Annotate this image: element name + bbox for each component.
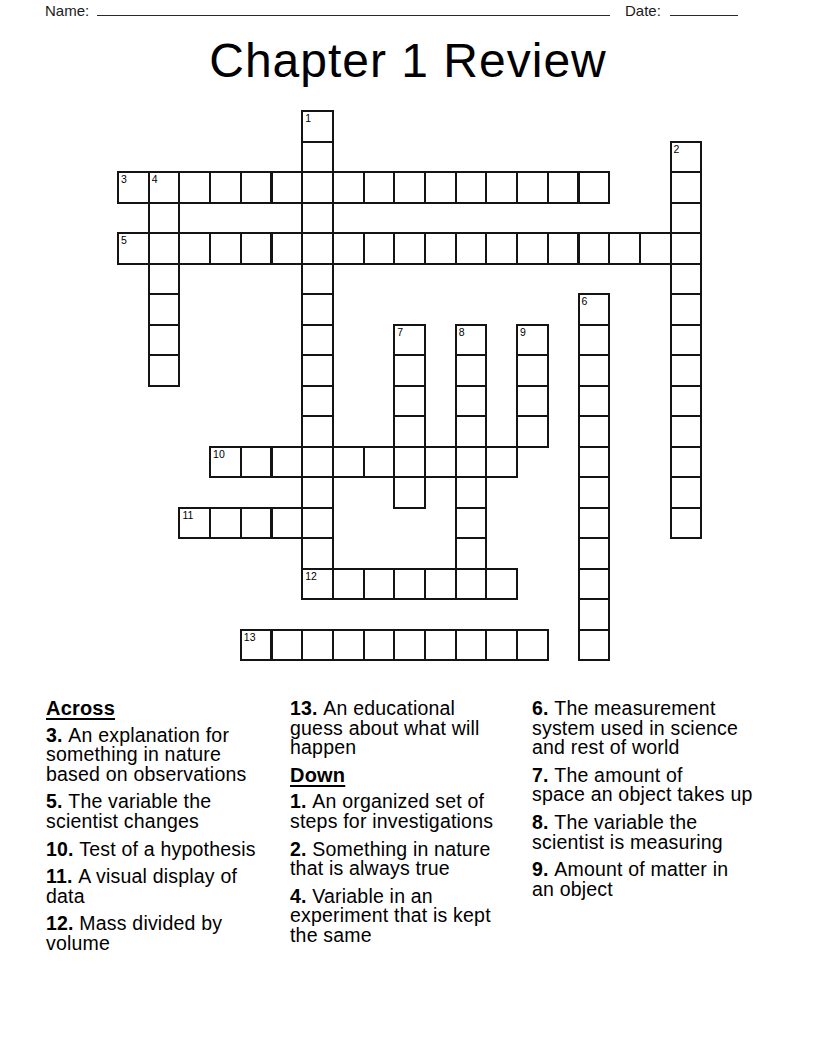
grid-cell[interactable]: 5	[117, 232, 150, 265]
grid-cell[interactable]	[670, 415, 703, 448]
grid-cell[interactable]	[240, 232, 273, 265]
grid-cell[interactable]	[178, 232, 211, 265]
grid-cell[interactable]	[578, 507, 611, 540]
grid-cell[interactable]	[578, 476, 611, 509]
grid-cell[interactable]	[332, 446, 365, 479]
grid-cell[interactable]	[240, 507, 273, 540]
grid-cell[interactable]	[393, 446, 426, 479]
grid-cell[interactable]	[240, 446, 273, 479]
grid-cell[interactable]	[578, 232, 611, 265]
grid-cell[interactable]	[209, 171, 242, 204]
clue-text: An explanation for something in nature b…	[46, 724, 246, 785]
grid-cell[interactable]	[393, 354, 426, 387]
grid-cell[interactable]	[578, 598, 611, 631]
grid-cell[interactable]	[578, 629, 611, 662]
grid-cell[interactable]	[301, 263, 334, 296]
grid-cell[interactable]	[578, 171, 611, 204]
grid-cell[interactable]	[148, 293, 181, 326]
grid-cell[interactable]	[670, 324, 703, 357]
clue-7: 7. The amount of space an object takes u…	[532, 766, 782, 805]
grid-cell[interactable]	[516, 629, 549, 662]
cell-number: 8	[459, 326, 465, 338]
grid-cell[interactable]	[670, 171, 703, 204]
cell-number: 2	[674, 143, 680, 155]
clue-text: Variable in an experiment that is kept t…	[290, 885, 491, 946]
cell-number: 13	[244, 631, 256, 643]
grid-cell[interactable]: 11	[178, 507, 211, 540]
grid-cell[interactable]	[424, 446, 457, 479]
clue-13: 13. An educational guess about what will…	[290, 699, 540, 758]
grid-cell[interactable]	[670, 446, 703, 479]
grid-cell[interactable]: 12	[301, 568, 334, 601]
grid-cell[interactable]: 1	[301, 110, 334, 143]
grid-cell[interactable]	[148, 232, 181, 265]
grid-cell[interactable]	[670, 354, 703, 387]
grid-cell[interactable]	[424, 232, 457, 265]
grid-cell[interactable]	[455, 476, 488, 509]
grid-cell[interactable]	[516, 171, 549, 204]
grid-cell[interactable]	[485, 171, 518, 204]
clue-text: The measurement system used in science a…	[532, 697, 738, 758]
clue-4: 4. Variable in an experiment that is kep…	[290, 887, 540, 946]
grid-cell[interactable]	[393, 568, 426, 601]
grid-cell[interactable]	[455, 568, 488, 601]
grid-cell[interactable]	[271, 232, 304, 265]
cell-number: 1	[305, 112, 311, 124]
grid-cell[interactable]	[516, 385, 549, 418]
clue-column-3: 6. The measurement system used in scienc…	[532, 699, 782, 907]
grid-cell[interactable]	[301, 415, 334, 448]
grid-cell[interactable]: 3	[117, 171, 150, 204]
clue-12: 12. Mass divided by volume	[46, 914, 296, 953]
clue-text: The variable the scientist is measuring	[532, 811, 723, 853]
grid-cell[interactable]	[301, 232, 334, 265]
grid-cell[interactable]	[332, 171, 365, 204]
grid-cell[interactable]	[148, 324, 181, 357]
grid-cell[interactable]	[455, 354, 488, 387]
grid-cell[interactable]	[301, 293, 334, 326]
grid-cell[interactable]	[301, 446, 334, 479]
grid-cell[interactable]	[455, 385, 488, 418]
grid-cell[interactable]: 10	[209, 446, 242, 479]
clue-3: 3. An explanation for something in natur…	[46, 726, 296, 785]
grid-cell[interactable]	[148, 263, 181, 296]
grid-cell[interactable]	[363, 629, 396, 662]
grid-cell[interactable]	[363, 171, 396, 204]
grid-cell[interactable]	[639, 232, 672, 265]
clue-1: 1. An organized set of steps for investi…	[290, 792, 540, 831]
grid-cell[interactable]	[363, 232, 396, 265]
grid-cell[interactable]	[578, 354, 611, 387]
grid-cell[interactable]	[670, 232, 703, 265]
grid-cell[interactable]	[301, 171, 334, 204]
grid-cell[interactable]: 13	[240, 629, 273, 662]
clue-2: 2. Something in nature that is always tr…	[290, 840, 540, 879]
clue-6: 6. The measurement system used in scienc…	[532, 699, 782, 758]
grid-cell[interactable]	[209, 232, 242, 265]
cell-number: 11	[182, 509, 193, 521]
crossword-grid: 12345678910111213	[117, 110, 703, 662]
clue-text: The amount of space an object takes up	[532, 764, 753, 806]
grid-cell[interactable]	[393, 629, 426, 662]
cell-number: 7	[397, 326, 403, 338]
grid-cell[interactable]	[670, 507, 703, 540]
grid-cell[interactable]	[578, 324, 611, 357]
grid-cell[interactable]	[240, 171, 273, 204]
cell-number: 10	[213, 448, 225, 460]
clues-header-across: Across	[46, 699, 296, 719]
grid-cell[interactable]	[485, 232, 518, 265]
grid-cell[interactable]	[455, 415, 488, 448]
grid-cell[interactable]	[578, 568, 611, 601]
grid-cell[interactable]	[670, 385, 703, 418]
grid-cell[interactable]	[608, 232, 641, 265]
grid-cell[interactable]	[393, 415, 426, 448]
clue-text: The variable the scientist changes	[46, 790, 211, 832]
grid-cell[interactable]	[670, 293, 703, 326]
grid-cell[interactable]	[301, 507, 334, 540]
grid-cell[interactable]	[301, 385, 334, 418]
grid-cell[interactable]	[301, 202, 334, 235]
grid-cell[interactable]	[455, 629, 488, 662]
clue-9: 9. Amount of matter in an object	[532, 860, 782, 899]
grid-cell[interactable]	[670, 263, 703, 296]
cell-number: 5	[121, 234, 127, 246]
cell-number: 12	[305, 570, 317, 582]
name-label: Name:	[45, 2, 89, 19]
grid-cell[interactable]	[271, 171, 304, 204]
date-fill-line[interactable]	[670, 1, 738, 16]
cell-number: 6	[582, 295, 588, 307]
grid-cell[interactable]	[547, 232, 580, 265]
grid-cell[interactable]	[578, 385, 611, 418]
grid-cell[interactable]	[578, 537, 611, 570]
grid-cell[interactable]	[271, 629, 304, 662]
grid-cell[interactable]	[578, 446, 611, 479]
cell-number: 9	[520, 326, 526, 338]
clue-text: Amount of matter in an object	[532, 858, 728, 900]
grid-cell[interactable]	[393, 476, 426, 509]
grid-cell[interactable]	[148, 354, 181, 387]
grid-cell[interactable]: 2	[670, 141, 703, 174]
clue-number-label: 10.	[46, 838, 79, 860]
grid-cell[interactable]	[332, 568, 365, 601]
clue-column-2: 13. An educational guess about what will…	[290, 699, 540, 954]
grid-cell[interactable]	[455, 507, 488, 540]
grid-cell[interactable]	[516, 415, 549, 448]
grid-cell[interactable]	[670, 476, 703, 509]
clue-text: Test of a hypothesis	[79, 838, 255, 860]
grid-cell[interactable]	[578, 415, 611, 448]
grid-cell[interactable]	[301, 324, 334, 357]
clue-5: 5. The variable the scientist changes	[46, 792, 296, 831]
cell-number: 3	[121, 173, 127, 185]
grid-cell[interactable]	[455, 171, 488, 204]
grid-cell[interactable]	[393, 385, 426, 418]
grid-cell[interactable]	[516, 354, 549, 387]
grid-cell[interactable]	[332, 232, 365, 265]
grid-cell[interactable]	[178, 171, 211, 204]
grid-cell[interactable]: 8	[455, 324, 488, 357]
clue-11: 11. A visual display of data	[46, 867, 296, 906]
grid-cell[interactable]: 7	[393, 324, 426, 357]
grid-cell[interactable]	[301, 629, 334, 662]
grid-cell[interactable]	[393, 171, 426, 204]
worksheet-page: Name: Date: Chapter 1 Review 12345678910…	[0, 0, 816, 1056]
date-label: Date:	[625, 2, 661, 19]
grid-cell[interactable]	[332, 629, 365, 662]
clue-8: 8. The variable the scientist is measuri…	[532, 813, 782, 852]
grid-cell[interactable]: 4	[148, 171, 181, 204]
grid-cell[interactable]	[271, 507, 304, 540]
grid-cell[interactable]	[547, 171, 580, 204]
grid-cell[interactable]	[393, 232, 426, 265]
grid-cell[interactable]	[670, 202, 703, 235]
grid-cell[interactable]: 6	[578, 293, 611, 326]
grid-cell[interactable]	[209, 507, 242, 540]
grid-cell[interactable]	[148, 202, 181, 235]
grid-cell[interactable]	[485, 446, 518, 479]
grid-cell[interactable]	[485, 629, 518, 662]
grid-cell[interactable]	[516, 232, 549, 265]
name-fill-line[interactable]	[97, 1, 610, 16]
grid-cell[interactable]	[455, 537, 488, 570]
grid-cell[interactable]	[424, 629, 457, 662]
grid-cell[interactable]	[424, 171, 457, 204]
grid-cell[interactable]	[485, 568, 518, 601]
clue-text: An organized set of steps for investigat…	[290, 790, 493, 832]
grid-cell[interactable]	[301, 354, 334, 387]
clue-column-1: Across3. An explanation for something in…	[46, 699, 296, 962]
clue-text: Something in nature that is always true	[290, 838, 491, 880]
grid-cell[interactable]	[455, 232, 488, 265]
grid-cell[interactable]	[301, 537, 334, 570]
grid-cell[interactable]	[301, 141, 334, 174]
worksheet-title: Chapter 1 Review	[0, 35, 816, 87]
grid-cell[interactable]	[271, 446, 304, 479]
grid-cell[interactable]: 9	[516, 324, 549, 357]
grid-cell[interactable]	[363, 568, 396, 601]
cell-number: 4	[152, 173, 158, 185]
grid-cell[interactable]	[301, 476, 334, 509]
grid-cell[interactable]	[424, 568, 457, 601]
grid-cell[interactable]	[455, 446, 488, 479]
clue-10: 10. Test of a hypothesis	[46, 840, 296, 860]
clues-header-down: Down	[290, 766, 540, 786]
grid-cell[interactable]	[363, 446, 396, 479]
